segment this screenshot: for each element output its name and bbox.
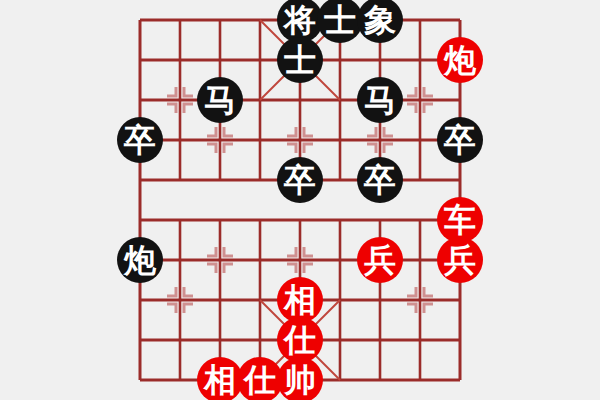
piece-black-cannon[interactable]: 炮 xyxy=(117,237,163,283)
piece-red-soldier[interactable]: 兵 xyxy=(357,237,403,283)
piece-black-soldier[interactable]: 卒 xyxy=(437,117,483,163)
piece-black-advisor[interactable]: 士 xyxy=(277,37,323,83)
piece-black-soldier[interactable]: 卒 xyxy=(117,117,163,163)
piece-red-king[interactable]: 帅 xyxy=(277,357,323,400)
piece-black-horse[interactable]: 马 xyxy=(357,77,403,123)
piece-red-cannon[interactable]: 炮 xyxy=(437,37,483,83)
xiangqi-app: 将士象士马马卒卒卒卒炮炮车兵兵相仕相仕帅 xyxy=(0,0,600,400)
piece-black-horse[interactable]: 马 xyxy=(197,77,243,123)
piece-black-soldier[interactable]: 卒 xyxy=(277,157,323,203)
piece-black-soldier[interactable]: 卒 xyxy=(357,157,403,203)
piece-red-soldier[interactable]: 兵 xyxy=(437,237,483,283)
